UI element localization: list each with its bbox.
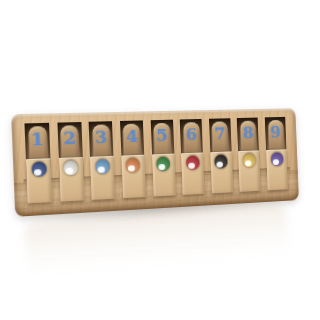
slot-9-peg[interactable]: 9 <box>268 120 284 150</box>
product-photo-stage: 1 2 3 <box>0 0 320 320</box>
slot-8-number: 8 <box>240 124 256 141</box>
slot-5-tile[interactable] <box>152 154 176 197</box>
slot-9-number: 9 <box>268 124 284 141</box>
slot-9-window: 9 <box>265 117 287 168</box>
slot-7-peg[interactable]: 7 <box>212 121 229 152</box>
slot-5-window: 5 <box>150 120 174 174</box>
slot-4-tile[interactable] <box>121 155 146 199</box>
slot-7-ball <box>214 154 228 168</box>
slot-7-number: 7 <box>212 125 228 142</box>
slot-3-peg[interactable]: 3 <box>92 124 111 156</box>
slot-1-tile[interactable] <box>26 158 52 203</box>
slot-4-ball <box>126 158 140 173</box>
slot-8-ball <box>243 153 256 167</box>
slot-8-tile[interactable] <box>238 150 260 192</box>
slot-3-number: 3 <box>92 128 110 146</box>
slot-1-window: 1 <box>24 123 51 179</box>
slot-1-peg[interactable]: 1 <box>28 126 47 159</box>
slot-7-window: 7 <box>209 118 232 171</box>
slot-2-window: 2 <box>57 122 83 178</box>
slot-7-tile[interactable] <box>210 151 233 193</box>
slot-6-number: 6 <box>183 126 200 143</box>
slot-1-ball <box>31 162 47 177</box>
board: 1 2 3 <box>11 108 299 217</box>
slot-6-tile[interactable] <box>181 152 204 194</box>
slot-4-number: 4 <box>123 128 141 146</box>
slots-row: 1 2 3 <box>24 117 287 179</box>
slot-5-peg[interactable]: 5 <box>153 123 171 155</box>
slot-5-number: 5 <box>153 127 170 144</box>
slot-2-ball <box>63 160 78 175</box>
slot-2-number: 2 <box>60 129 78 147</box>
slot-2-tile[interactable] <box>58 157 84 202</box>
slot-4-window: 4 <box>120 120 145 174</box>
slot-6-ball <box>186 156 200 170</box>
slot-6-window: 6 <box>180 119 204 172</box>
slot-8-window: 8 <box>237 118 260 170</box>
slot-3-window: 3 <box>89 121 115 176</box>
slot-4-peg[interactable]: 4 <box>123 124 141 156</box>
board-wrap: 1 2 3 <box>11 108 299 217</box>
slot-9-ball <box>270 152 283 166</box>
slot-9-tile[interactable] <box>266 149 288 190</box>
slot-6-peg[interactable]: 6 <box>183 122 200 153</box>
slot-5-ball <box>156 157 170 172</box>
slot-1-number: 1 <box>28 130 47 148</box>
slot-8-peg[interactable]: 8 <box>240 121 257 151</box>
slot-2-peg[interactable]: 2 <box>60 125 79 158</box>
slot-3-ball <box>95 159 110 174</box>
slot-3-tile[interactable] <box>90 156 115 200</box>
